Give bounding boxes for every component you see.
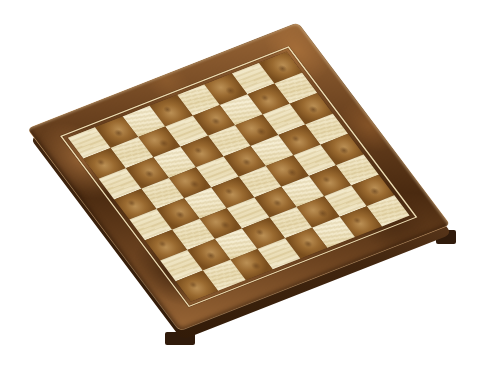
- board-frame: [27, 22, 451, 331]
- chessboard-product-photo: [0, 0, 480, 376]
